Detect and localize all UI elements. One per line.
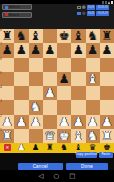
square-h5[interactable]	[100, 72, 114, 86]
black-pawn-piece: ♟	[86, 43, 100, 58]
square-d2[interactable]	[43, 115, 57, 129]
square-h2[interactable]: ♟	[100, 115, 114, 129]
square-a3[interactable]: 3	[0, 100, 14, 114]
white-king-icon: ♔	[82, 5, 86, 10]
square-g6[interactable]	[86, 58, 100, 72]
square-h8[interactable]: ♜	[100, 29, 114, 43]
square-b6[interactable]	[14, 58, 28, 72]
rank-label: 4	[0, 86, 2, 89]
square-e6[interactable]	[57, 58, 71, 72]
square-f2[interactable]: ♟	[71, 115, 85, 129]
square-e3[interactable]	[57, 100, 71, 114]
black-king-piece: ♚	[57, 29, 71, 44]
piece-palette: ✕♟♟♜♞♝♛♚	[0, 143, 114, 152]
eraser-button[interactable]: ✕	[4, 144, 11, 151]
home-icon[interactable]: ○	[54, 173, 60, 180]
white-rook-piece: ♜	[100, 129, 114, 144]
square-h3[interactable]	[100, 100, 114, 114]
square-e7[interactable]	[57, 43, 71, 57]
square-d7[interactable]: ♟	[43, 43, 57, 57]
black-pawn-piece: ♟	[43, 43, 57, 58]
black-indicator-icon	[5, 13, 8, 16]
square-b8[interactable]: ♞	[14, 29, 28, 43]
rank-label: 2	[0, 115, 2, 118]
notification-icon	[105, 1, 107, 4]
recents-icon[interactable]: □	[69, 173, 75, 180]
palette-black-knight[interactable]: ♞	[60, 143, 68, 152]
square-h4[interactable]	[100, 86, 114, 100]
square-b5[interactable]	[14, 72, 28, 86]
black-pawn-piece: ♟	[100, 43, 114, 58]
square-a1[interactable]: 1♜	[0, 129, 14, 143]
square-b7[interactable]: ♟	[14, 43, 28, 57]
square-b3[interactable]	[14, 100, 28, 114]
white-indicator-icon	[5, 6, 8, 9]
header-area: White Black ♔ O-O O-O-O ♚ O-O O-O-O	[0, 0, 114, 29]
square-c6[interactable]	[29, 58, 43, 72]
android-nav-bar: ◁ ○ □	[0, 170, 114, 182]
square-f6[interactable]	[71, 58, 85, 72]
square-e5[interactable]: ♟	[57, 72, 71, 86]
square-f4[interactable]	[71, 86, 85, 100]
white-bishop-piece: ♝	[86, 72, 100, 87]
white-pawn-piece: ♟	[29, 115, 43, 130]
square-e1[interactable]: ♚	[57, 129, 71, 143]
square-c7[interactable]: ♟	[29, 43, 43, 57]
square-d1[interactable]: ♛	[43, 129, 57, 143]
square-h1[interactable]: ♜	[100, 129, 114, 143]
white-bishop-piece: ♝	[71, 129, 85, 144]
done-button[interactable]: Done	[66, 163, 108, 171]
square-f7[interactable]: ♟	[71, 43, 85, 57]
square-g4[interactable]	[86, 86, 100, 100]
white-pawn-piece: ♟	[100, 115, 114, 130]
white-pawn-piece: ♟	[0, 115, 14, 130]
white-knight-piece: ♞	[86, 129, 100, 144]
square-f3[interactable]	[71, 100, 85, 114]
eraser-icon: ✕	[5, 145, 9, 150]
square-b2[interactable]: ♟	[14, 115, 28, 129]
white-knight-piece: ♞	[29, 100, 43, 115]
square-g1[interactable]: ♞	[86, 129, 100, 143]
square-d5[interactable]	[43, 72, 57, 86]
square-d8[interactable]	[43, 29, 57, 43]
square-h7[interactable]: ♟	[100, 43, 114, 57]
palette-black-pawn[interactable]: ♟	[32, 143, 40, 152]
square-g3[interactable]	[86, 100, 100, 114]
white-long-castle-chip[interactable]: O-O-O	[96, 5, 109, 10]
square-d4[interactable]: ♟	[43, 86, 57, 100]
square-d6[interactable]	[43, 58, 57, 72]
white-pawn-piece: ♟	[43, 86, 57, 101]
black-pawn-piece: ♟	[71, 43, 85, 58]
white-pawn-piece: ♟	[57, 115, 71, 130]
square-g2[interactable]: ♟	[86, 115, 100, 129]
rank-label: 8	[0, 29, 2, 32]
square-c1[interactable]	[29, 129, 43, 143]
square-e2[interactable]: ♟	[57, 115, 71, 129]
white-pawn-piece: ♟	[86, 115, 100, 130]
square-g5[interactable]: ♝	[86, 72, 100, 86]
signal-icon	[108, 1, 110, 4]
square-c5[interactable]	[29, 72, 43, 86]
rank-label: 7	[0, 43, 2, 46]
white-button-label: White	[9, 5, 20, 9]
side-to-move-black-button[interactable]: Black	[2, 12, 32, 18]
black-pawn-piece: ♟	[29, 43, 43, 58]
chess-board[interactable]: 8♜♞♝♚♝♞♜7♟♟♟♟♟♟♟65♟♝4♟3♞2♟♟♟♟♟♟♟1♜♛♚♝♞♜	[0, 29, 114, 143]
cancel-button[interactable]: Cancel	[18, 163, 63, 171]
square-c8[interactable]: ♝	[29, 29, 43, 43]
black-pawn-piece: ♟	[14, 43, 28, 58]
black-castling-checkbox[interactable]	[77, 12, 81, 16]
square-f5[interactable]	[71, 72, 85, 86]
side-to-move-white-button[interactable]: White	[2, 4, 32, 10]
square-f8[interactable]: ♝	[71, 29, 85, 43]
white-king-piece: ♚	[57, 129, 71, 144]
rank-label: 5	[0, 72, 2, 75]
square-g7[interactable]: ♟	[86, 43, 100, 57]
back-icon[interactable]: ◁	[39, 173, 44, 180]
notification-icon	[102, 1, 104, 4]
square-g8[interactable]: ♞	[86, 29, 100, 43]
chess-app-screen: White Black ♔ O-O O-O-O ♚ O-O O-O-O 8♜♞♝…	[0, 0, 114, 182]
white-pawn-piece: ♟	[14, 115, 28, 130]
palette-white-pawn[interactable]: ♟	[18, 143, 26, 152]
square-a2[interactable]: 2♟	[0, 115, 14, 129]
square-a8[interactable]: 8♜	[0, 29, 14, 43]
square-c2[interactable]: ♟	[29, 115, 43, 129]
white-queen-piece: ♛	[43, 129, 57, 144]
white-pawn-piece: ♟	[71, 115, 85, 130]
black-short-castle-chip[interactable]: O-O	[87, 11, 95, 16]
black-king-icon: ♚	[82, 11, 86, 16]
square-c3[interactable]: ♞	[29, 100, 43, 114]
square-b4[interactable]	[14, 86, 28, 100]
status-icons	[102, 1, 113, 4]
rank-label: 6	[0, 58, 2, 61]
square-d3[interactable]	[43, 100, 57, 114]
white-rook-piece: ♜	[0, 129, 14, 144]
rank-label: 1	[0, 129, 2, 132]
battery-icon	[111, 1, 113, 4]
black-castling-row: ♚ O-O O-O-O	[77, 11, 114, 17]
square-h6[interactable]	[100, 58, 114, 72]
square-a6[interactable]: 6	[0, 58, 14, 72]
black-pawn-piece: ♟	[0, 43, 14, 58]
palette-black-rook[interactable]: ♜	[46, 143, 54, 152]
square-a7[interactable]: 7♟	[0, 43, 14, 57]
square-b1[interactable]	[14, 129, 28, 143]
square-a5[interactable]: 5	[0, 72, 14, 86]
white-castling-checkbox[interactable]	[77, 6, 81, 10]
instruction-text: Select a piece, then tap the board	[2, 153, 75, 158]
square-a4[interactable]: 4	[0, 86, 14, 100]
rank-label: 3	[0, 100, 2, 103]
black-button-label: Black	[9, 12, 19, 16]
square-c4[interactable]	[29, 86, 43, 100]
square-f1[interactable]: ♝	[71, 129, 85, 143]
square-e8[interactable]: ♚	[57, 29, 71, 43]
black-long-castle-chip[interactable]: O-O-O	[96, 11, 109, 16]
square-e4[interactable]	[57, 86, 71, 100]
white-short-castle-chip[interactable]: O-O	[87, 5, 95, 10]
black-pawn-piece: ♟	[57, 72, 71, 87]
